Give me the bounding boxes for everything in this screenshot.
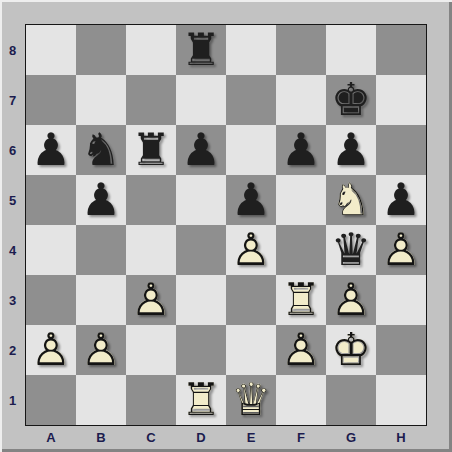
square-e2[interactable] [226, 325, 276, 375]
rank-label-8: 8 [0, 25, 25, 75]
white-knight-g5[interactable]: ♞♘ [326, 175, 376, 225]
file-label-g: G [326, 426, 376, 449]
square-d2[interactable] [176, 325, 226, 375]
square-d4[interactable] [176, 225, 226, 275]
black-rook-d8[interactable]: ♜ [176, 25, 226, 75]
square-f8[interactable] [276, 25, 326, 75]
square-h5[interactable]: ♟ [376, 175, 426, 225]
black-king-g7[interactable]: ♚ [326, 75, 376, 125]
square-a5[interactable] [26, 175, 76, 225]
square-e1[interactable]: ♛♕ [226, 375, 276, 425]
square-g4[interactable]: ♛ [326, 225, 376, 275]
square-c5[interactable] [126, 175, 176, 225]
square-f1[interactable] [276, 375, 326, 425]
square-g2[interactable]: ♚♔ [326, 325, 376, 375]
square-f7[interactable] [276, 75, 326, 125]
square-g1[interactable] [326, 375, 376, 425]
white-queen-e1[interactable]: ♛♕ [226, 375, 276, 425]
square-d1[interactable]: ♜♖ [176, 375, 226, 425]
square-a7[interactable] [26, 75, 76, 125]
square-b6[interactable]: ♞ [76, 125, 126, 175]
white-king-g2[interactable]: ♚♔ [326, 325, 376, 375]
square-a4[interactable] [26, 225, 76, 275]
square-h6[interactable] [376, 125, 426, 175]
white-pawn-a2[interactable]: ♟♙ [26, 325, 76, 375]
square-c8[interactable] [126, 25, 176, 75]
square-b4[interactable] [76, 225, 126, 275]
square-b8[interactable] [76, 25, 126, 75]
black-queen-g4[interactable]: ♛ [326, 225, 376, 275]
square-f5[interactable] [276, 175, 326, 225]
square-e6[interactable] [226, 125, 276, 175]
black-pawn-d6[interactable]: ♟ [176, 125, 226, 175]
square-f6[interactable]: ♟ [276, 125, 326, 175]
square-g6[interactable]: ♟ [326, 125, 376, 175]
file-label-a: A [26, 426, 76, 449]
square-f3[interactable]: ♜♖ [276, 275, 326, 325]
white-pawn-c3[interactable]: ♟♙ [126, 275, 176, 325]
square-c3[interactable]: ♟♙ [126, 275, 176, 325]
square-d6[interactable]: ♟ [176, 125, 226, 175]
square-c7[interactable] [126, 75, 176, 125]
black-pawn-e5[interactable]: ♟ [226, 175, 276, 225]
square-e7[interactable] [226, 75, 276, 125]
square-e3[interactable] [226, 275, 276, 325]
file-label-h: H [376, 426, 426, 449]
file-label-c: C [126, 426, 176, 449]
square-h4[interactable]: ♟♙ [376, 225, 426, 275]
square-d7[interactable] [176, 75, 226, 125]
rank-label-2: 2 [0, 325, 25, 375]
square-a1[interactable] [26, 375, 76, 425]
file-label-f: F [276, 426, 326, 449]
rank-label-5: 5 [0, 175, 25, 225]
square-b1[interactable] [76, 375, 126, 425]
square-b5[interactable]: ♟ [76, 175, 126, 225]
rank-label-1: 1 [0, 375, 25, 425]
rank-label-4: 4 [0, 225, 25, 275]
square-d3[interactable] [176, 275, 226, 325]
square-b7[interactable] [76, 75, 126, 125]
square-h2[interactable] [376, 325, 426, 375]
square-a6[interactable]: ♟ [26, 125, 76, 175]
file-label-e: E [226, 426, 276, 449]
white-pawn-e4[interactable]: ♟♙ [226, 225, 276, 275]
square-g3[interactable]: ♟♙ [326, 275, 376, 325]
square-e8[interactable] [226, 25, 276, 75]
black-pawn-h5[interactable]: ♟ [376, 175, 426, 225]
square-h3[interactable] [376, 275, 426, 325]
rank-labels: 87654321 [0, 25, 25, 425]
rank-label-3: 3 [0, 275, 25, 325]
rank-label-7: 7 [0, 75, 25, 125]
square-d8[interactable]: ♜ [176, 25, 226, 75]
square-d5[interactable] [176, 175, 226, 225]
white-pawn-h4[interactable]: ♟♙ [376, 225, 426, 275]
file-label-d: D [176, 426, 226, 449]
rank-label-6: 6 [0, 125, 25, 175]
square-h8[interactable] [376, 25, 426, 75]
square-c1[interactable] [126, 375, 176, 425]
square-a3[interactable] [26, 275, 76, 325]
black-pawn-b5[interactable]: ♟ [76, 175, 126, 225]
file-label-b: B [76, 426, 126, 449]
square-f4[interactable] [276, 225, 326, 275]
square-f2[interactable]: ♟♙ [276, 325, 326, 375]
black-pawn-f6[interactable]: ♟ [276, 125, 326, 175]
file-labels: ABCDEFGH [26, 426, 426, 449]
white-rook-f3[interactable]: ♜♖ [276, 275, 326, 325]
white-rook-d1[interactable]: ♜♖ [176, 375, 226, 425]
square-a8[interactable] [26, 25, 76, 75]
square-c6[interactable]: ♜ [126, 125, 176, 175]
chess-diagram-frame: 87654321 ♜♚♟♞♜♟♟♟♟♟♞♘♟♟♙♛♟♙♟♙♜♖♟♙♟♙♟♙♟♙♚… [0, 0, 452, 452]
square-g5[interactable]: ♞♘ [326, 175, 376, 225]
white-pawn-g3[interactable]: ♟♙ [326, 275, 376, 325]
square-h7[interactable] [376, 75, 426, 125]
black-knight-b6[interactable]: ♞ [76, 125, 126, 175]
square-g7[interactable]: ♚ [326, 75, 376, 125]
black-rook-c6[interactable]: ♜ [126, 125, 176, 175]
square-b2[interactable]: ♟♙ [76, 325, 126, 375]
square-a2[interactable]: ♟♙ [26, 325, 76, 375]
square-g8[interactable] [326, 25, 376, 75]
square-e5[interactable]: ♟ [226, 175, 276, 225]
white-pawn-b2[interactable]: ♟♙ [76, 325, 126, 375]
square-c4[interactable] [126, 225, 176, 275]
square-e4[interactable]: ♟♙ [226, 225, 276, 275]
white-pawn-f2[interactable]: ♟♙ [276, 325, 326, 375]
chess-board: ♜♚♟♞♜♟♟♟♟♟♞♘♟♟♙♛♟♙♟♙♜♖♟♙♟♙♟♙♟♙♚♔♜♖♛♕ [25, 24, 427, 426]
square-c2[interactable] [126, 325, 176, 375]
black-pawn-a6[interactable]: ♟ [26, 125, 76, 175]
square-b3[interactable] [76, 275, 126, 325]
square-h1[interactable] [376, 375, 426, 425]
black-pawn-g6[interactable]: ♟ [326, 125, 376, 175]
